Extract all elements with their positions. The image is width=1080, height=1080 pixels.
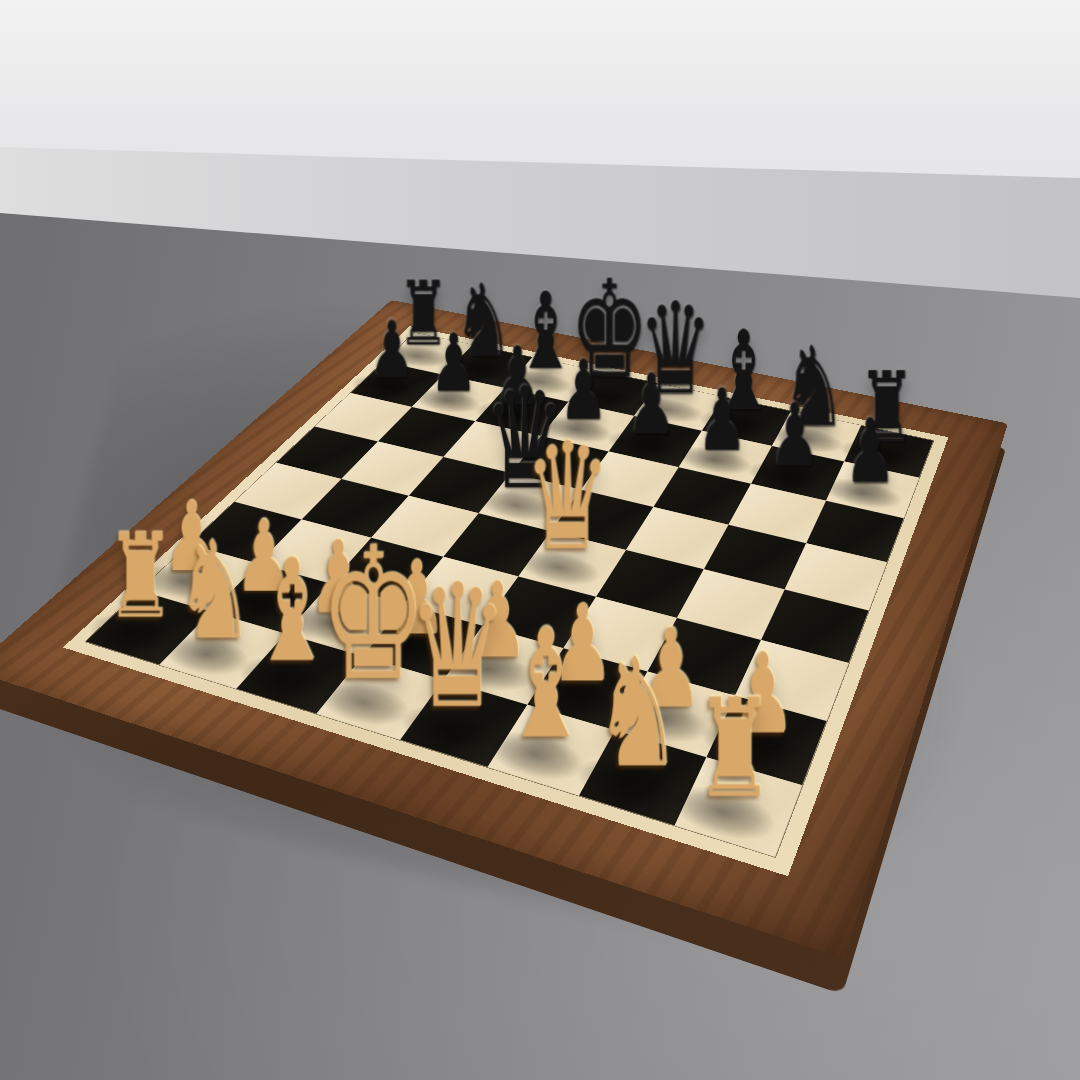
piece-white-rook-h1: ♜ [694, 682, 774, 818]
piece-black-pawn-a7: ♟ [368, 311, 414, 390]
piece-black-pawn-b7: ♟ [430, 323, 477, 403]
piece-black-pawn-h7: ♟ [844, 408, 896, 496]
piece-white-queen-e4: ♛ [524, 423, 611, 571]
piece-black-pawn-g7: ♟ [769, 393, 820, 480]
piece-white-rook-a1: ♜ [105, 519, 174, 636]
piece-white-bishop-f1: ♝ [501, 609, 590, 760]
piece-black-pawn-f7: ♟ [697, 378, 747, 463]
piece-white-queen-e1: ♛ [407, 562, 508, 733]
piece-white-knight-b1: ♞ [174, 523, 254, 659]
piece-black-pawn-e7: ♟ [627, 363, 676, 447]
piece-white-knight-g1: ♞ [593, 637, 682, 788]
photo-scene: ♜♞♝♚♛♝♞♜♟♟♟♟♟♟♟♟♛♛♟♟♟♟♟♟♟♟♜♞♝♚♛♝♞♜ [0, 0, 1080, 1080]
